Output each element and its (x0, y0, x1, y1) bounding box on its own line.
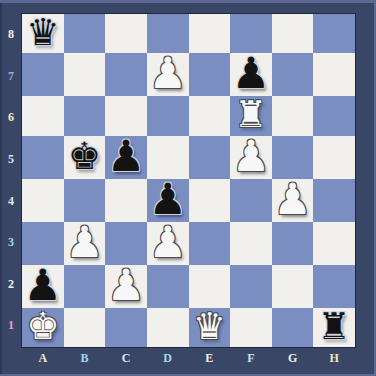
rank-label-6: 6 (0, 97, 22, 139)
square-b6[interactable] (64, 96, 106, 135)
square-f3[interactable] (230, 222, 272, 265)
square-b3[interactable]: ♟ (64, 222, 106, 265)
square-a1[interactable]: ♚ (22, 308, 64, 347)
white-rook[interactable]: ♜ (234, 96, 267, 133)
square-a7[interactable] (22, 53, 64, 96)
file-label-f: F (230, 349, 272, 367)
black-king[interactable]: ♚ (68, 138, 101, 175)
square-f5[interactable]: ♟ (230, 136, 272, 179)
square-e7[interactable] (189, 53, 231, 96)
white-king[interactable]: ♚ (26, 308, 59, 345)
square-e3[interactable] (189, 222, 231, 265)
square-d5[interactable] (147, 136, 189, 179)
square-b5[interactable]: ♚ (64, 136, 106, 179)
square-c5[interactable]: ♟ (105, 136, 147, 179)
square-e1[interactable]: ♛ (189, 308, 231, 347)
square-a5[interactable] (22, 136, 64, 179)
square-g5[interactable] (272, 136, 314, 179)
black-pawn[interactable]: ♟ (232, 52, 271, 95)
square-c4[interactable] (105, 179, 147, 222)
file-label-b: B (64, 349, 106, 367)
square-h7[interactable] (313, 53, 355, 96)
black-pawn[interactable]: ♟ (24, 264, 63, 307)
square-c2[interactable]: ♟ (105, 265, 147, 308)
square-d3[interactable]: ♟ (147, 222, 189, 265)
square-b8[interactable] (64, 14, 106, 53)
rank-label-8: 8 (0, 14, 22, 56)
square-e2[interactable] (189, 265, 231, 308)
square-d1[interactable] (147, 308, 189, 347)
file-label-h: H (313, 349, 355, 367)
square-d6[interactable] (147, 96, 189, 135)
white-pawn[interactable]: ♟ (148, 221, 187, 264)
square-g1[interactable] (272, 308, 314, 347)
square-h8[interactable] (313, 14, 355, 53)
rank-label-2: 2 (0, 264, 22, 306)
square-f4[interactable] (230, 179, 272, 222)
square-c3[interactable] (105, 222, 147, 265)
square-e5[interactable] (189, 136, 231, 179)
black-queen[interactable]: ♛ (26, 14, 59, 51)
square-g3[interactable] (272, 222, 314, 265)
square-f1[interactable] (230, 308, 272, 347)
black-pawn[interactable]: ♟ (148, 178, 187, 221)
rank-label-7: 7 (0, 56, 22, 98)
square-h4[interactable] (313, 179, 355, 222)
square-b4[interactable] (64, 179, 106, 222)
square-c7[interactable] (105, 53, 147, 96)
square-g8[interactable] (272, 14, 314, 53)
file-label-g: G (272, 349, 314, 367)
square-c8[interactable] (105, 14, 147, 53)
square-f7[interactable]: ♟ (230, 53, 272, 96)
square-a3[interactable] (22, 222, 64, 265)
file-label-a: A (22, 349, 64, 367)
white-queen[interactable]: ♛ (193, 308, 226, 345)
file-label-c: C (105, 349, 147, 367)
white-pawn[interactable]: ♟ (65, 221, 104, 264)
square-h5[interactable] (313, 136, 355, 179)
square-b2[interactable] (64, 265, 106, 308)
white-pawn[interactable]: ♟ (107, 264, 146, 307)
square-h2[interactable] (313, 265, 355, 308)
square-c1[interactable] (105, 308, 147, 347)
file-label-d: D (147, 349, 189, 367)
white-pawn[interactable]: ♟ (273, 178, 312, 221)
file-label-e: E (189, 349, 231, 367)
rank-label-5: 5 (0, 139, 22, 181)
rank-label-3: 3 (0, 222, 22, 264)
square-a6[interactable] (22, 96, 64, 135)
square-b1[interactable] (64, 308, 106, 347)
square-d7[interactable]: ♟ (147, 53, 189, 96)
square-h1[interactable]: ♜ (313, 308, 355, 347)
square-e6[interactable] (189, 96, 231, 135)
black-rook[interactable]: ♜ (318, 308, 351, 345)
board-frame: ♛♟♟♜♚♟♟♟♟♟♟♟♟♚♛♜ 87654321ABCDEFGH (0, 0, 376, 376)
square-f2[interactable] (230, 265, 272, 308)
black-pawn[interactable]: ♟ (107, 135, 146, 178)
square-g6[interactable] (272, 96, 314, 135)
white-pawn[interactable]: ♟ (148, 52, 187, 95)
rank-label-4: 4 (0, 181, 22, 223)
square-a8[interactable]: ♛ (22, 14, 64, 53)
square-a2[interactable]: ♟ (22, 265, 64, 308)
square-g4[interactable]: ♟ (272, 179, 314, 222)
square-e4[interactable] (189, 179, 231, 222)
chess-board: ♛♟♟♜♚♟♟♟♟♟♟♟♟♚♛♜ (22, 14, 355, 347)
square-g2[interactable] (272, 265, 314, 308)
rank-label-1: 1 (0, 305, 22, 347)
square-a4[interactable] (22, 179, 64, 222)
square-e8[interactable] (189, 14, 231, 53)
square-h3[interactable] (313, 222, 355, 265)
white-pawn[interactable]: ♟ (232, 135, 271, 178)
square-g7[interactable] (272, 53, 314, 96)
square-h6[interactable] (313, 96, 355, 135)
square-d4[interactable]: ♟ (147, 179, 189, 222)
square-b7[interactable] (64, 53, 106, 96)
square-d2[interactable] (147, 265, 189, 308)
